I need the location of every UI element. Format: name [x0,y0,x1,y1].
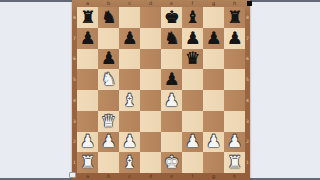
piece-black-knight: ♞ [101,8,116,25]
square-a2[interactable]: ♟ [77,132,98,153]
piece-white-rook: ♜ [80,154,95,171]
piece-black-rook: ♜ [80,8,95,25]
square-c1[interactable]: ♝ [119,152,140,173]
piece-white-bishop: ♝ [122,91,137,108]
square-d6[interactable] [140,49,161,70]
chess-board: abcdefgh abcdefgh 87654321 87654321 ♜♞♚♝… [72,0,250,180]
file-label-d: d [140,0,161,7]
piece-white-queen: ♛ [101,112,116,129]
piece-black-pawn: ♟ [122,29,137,46]
black-to-move-marker [247,1,252,6]
square-g1[interactable] [203,152,224,173]
square-h1[interactable]: ♜ [224,152,245,173]
piece-white-pawn: ♟ [164,91,179,108]
file-labels-bottom: abcdefgh [77,173,245,180]
square-f3[interactable] [182,111,203,132]
file-labels-top: abcdefgh [77,0,245,7]
square-b8[interactable]: ♞ [98,7,119,28]
piece-white-king: ♚ [164,154,179,171]
square-a1[interactable]: ♜ [77,152,98,173]
rank-labels-right: 87654321 [245,7,250,173]
file-label-g: g [203,173,224,180]
square-e4[interactable]: ♟ [161,90,182,111]
piece-white-bishop: ♝ [122,154,137,171]
square-a3[interactable] [77,111,98,132]
square-d7[interactable] [140,28,161,49]
rank-label-4: 4 [245,90,250,111]
file-label-f: f [182,0,203,7]
square-b7[interactable] [98,28,119,49]
square-h7[interactable]: ♟ [224,28,245,49]
file-label-a: a [77,173,98,180]
square-e7[interactable]: ♞ [161,28,182,49]
piece-white-pawn: ♟ [185,133,200,150]
square-e1[interactable]: ♚ [161,152,182,173]
square-h3[interactable] [224,111,245,132]
square-f6[interactable]: ♛ [182,49,203,70]
piece-white-pawn: ♟ [101,133,116,150]
square-c7[interactable]: ♟ [119,28,140,49]
square-g6[interactable] [203,49,224,70]
square-a5[interactable] [77,69,98,90]
rank-label-8: 8 [245,7,250,28]
file-label-c: c [119,0,140,7]
square-g3[interactable] [203,111,224,132]
square-d1[interactable] [140,152,161,173]
piece-black-pawn: ♟ [101,50,116,67]
square-e3[interactable] [161,111,182,132]
board-grid: ♜♞♚♝♜♟♟♞♟♟♟♟♛♞♟♝♟♛♟♟♟♟♟♟♜♝♚♜ [77,7,245,173]
file-label-d: d [140,173,161,180]
square-f2[interactable]: ♟ [182,132,203,153]
square-g5[interactable] [203,69,224,90]
square-c6[interactable] [119,49,140,70]
piece-black-pawn: ♟ [227,29,242,46]
square-a8[interactable]: ♜ [77,7,98,28]
square-e8[interactable]: ♚ [161,7,182,28]
rank-label-1: 1 [245,152,250,173]
square-h8[interactable]: ♜ [224,7,245,28]
square-g8[interactable] [203,7,224,28]
square-d4[interactable] [140,90,161,111]
square-h5[interactable] [224,69,245,90]
square-g7[interactable]: ♟ [203,28,224,49]
square-f1[interactable] [182,152,203,173]
square-b1[interactable] [98,152,119,173]
square-a4[interactable] [77,90,98,111]
square-f7[interactable]: ♟ [182,28,203,49]
rank-label-3: 3 [245,111,250,132]
square-e6[interactable] [161,49,182,70]
piece-black-queen: ♛ [185,50,200,67]
square-a7[interactable]: ♟ [77,28,98,49]
square-c8[interactable] [119,7,140,28]
file-label-h: h [224,173,245,180]
piece-white-rook: ♜ [227,154,242,171]
piece-white-pawn: ♟ [227,133,242,150]
square-f5[interactable] [182,69,203,90]
square-d5[interactable] [140,69,161,90]
square-a6[interactable] [77,49,98,70]
video-frame: abcdefgh abcdefgh 87654321 87654321 ♜♞♚♝… [0,0,320,180]
square-b2[interactable]: ♟ [98,132,119,153]
piece-white-knight: ♞ [101,71,116,88]
piece-black-pawn: ♟ [80,29,95,46]
piece-black-pawn: ♟ [185,29,200,46]
file-label-f: f [182,173,203,180]
square-f8[interactable]: ♝ [182,7,203,28]
piece-white-pawn: ♟ [80,133,95,150]
square-d8[interactable] [140,7,161,28]
piece-white-pawn: ♟ [206,133,221,150]
file-label-e: e [161,0,182,7]
piece-black-pawn: ♟ [206,29,221,46]
rank-label-7: 7 [245,28,250,49]
square-g4[interactable] [203,90,224,111]
file-label-g: g [203,0,224,7]
square-c5[interactable] [119,69,140,90]
square-h6[interactable] [224,49,245,70]
white-corner-marker [69,172,76,178]
square-c2[interactable]: ♟ [119,132,140,153]
piece-black-bishop: ♝ [185,8,200,25]
file-label-b: b [98,173,119,180]
file-label-h: h [224,0,245,7]
square-e2[interactable] [161,132,182,153]
square-b6[interactable]: ♟ [98,49,119,70]
square-b4[interactable] [98,90,119,111]
file-label-c: c [119,173,140,180]
square-h2[interactable]: ♟ [224,132,245,153]
rank-label-5: 5 [245,69,250,90]
piece-black-rook: ♜ [227,8,242,25]
square-c3[interactable] [119,111,140,132]
file-label-b: b [98,0,119,7]
square-d3[interactable] [140,111,161,132]
piece-black-king: ♚ [164,8,179,25]
file-label-a: a [77,0,98,7]
file-label-e: e [161,173,182,180]
rank-label-2: 2 [245,132,250,153]
square-d2[interactable] [140,132,161,153]
piece-white-pawn: ♟ [122,133,137,150]
square-e5[interactable]: ♟ [161,69,182,90]
square-b3[interactable]: ♛ [98,111,119,132]
square-h4[interactable] [224,90,245,111]
square-f4[interactable] [182,90,203,111]
rank-label-6: 6 [245,49,250,70]
piece-black-knight: ♞ [164,29,179,46]
square-b5[interactable]: ♞ [98,69,119,90]
square-g2[interactable]: ♟ [203,132,224,153]
piece-black-pawn: ♟ [164,71,179,88]
square-c4[interactable]: ♝ [119,90,140,111]
